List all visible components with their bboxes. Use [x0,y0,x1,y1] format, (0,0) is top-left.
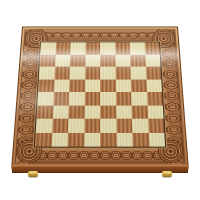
square-e8[interactable] [100,42,115,54]
square-g5[interactable] [131,79,147,92]
square-a3[interactable] [36,105,52,118]
square-f3[interactable] [116,105,132,118]
square-b1[interactable] [51,132,68,146]
square-a2[interactable] [36,119,53,133]
square-h4[interactable] [147,92,163,105]
square-c3[interactable] [68,105,84,118]
square-g2[interactable] [132,119,148,133]
square-f2[interactable] [116,119,132,133]
square-e5[interactable] [100,79,116,92]
square-d1[interactable] [84,132,100,146]
brass-hinge-right [162,171,172,177]
square-d5[interactable] [85,79,101,92]
square-h1[interactable] [148,132,165,146]
square-a4[interactable] [37,92,53,105]
square-h6[interactable] [145,67,161,80]
playing-area-frame [34,42,166,148]
board-grid [35,42,165,146]
square-b5[interactable] [54,79,70,92]
square-g8[interactable] [130,42,145,54]
square-a7[interactable] [39,54,55,66]
square-f7[interactable] [115,54,130,66]
square-d7[interactable] [85,54,100,66]
square-e6[interactable] [100,67,115,80]
square-c4[interactable] [69,92,85,105]
square-b3[interactable] [52,105,68,118]
chess-board [11,27,188,167]
square-d3[interactable] [84,105,100,118]
square-g7[interactable] [130,54,145,66]
square-c8[interactable] [70,42,85,54]
square-c7[interactable] [70,54,85,66]
square-e3[interactable] [100,105,116,118]
square-c5[interactable] [69,79,85,92]
square-g1[interactable] [132,132,149,146]
square-c6[interactable] [69,67,84,80]
square-g6[interactable] [130,67,146,80]
square-a5[interactable] [38,79,54,92]
brass-hinge-left [28,171,38,177]
square-h8[interactable] [144,42,159,54]
square-h2[interactable] [148,119,165,133]
square-c1[interactable] [67,132,83,146]
square-h5[interactable] [146,79,162,92]
square-d8[interactable] [85,42,100,54]
square-b4[interactable] [53,92,69,105]
square-e7[interactable] [100,54,115,66]
square-g4[interactable] [131,92,147,105]
square-f4[interactable] [116,92,132,105]
photo-background [0,0,200,200]
square-d4[interactable] [84,92,100,105]
square-e1[interactable] [100,132,116,146]
square-c2[interactable] [68,119,84,133]
square-f1[interactable] [116,132,132,146]
square-d2[interactable] [84,119,100,133]
square-b6[interactable] [54,67,70,80]
square-f8[interactable] [115,42,130,54]
square-b7[interactable] [55,54,70,66]
square-h7[interactable] [145,54,161,66]
square-e4[interactable] [100,92,116,105]
square-f6[interactable] [115,67,130,80]
square-e2[interactable] [100,119,116,133]
square-a6[interactable] [39,67,55,80]
square-b2[interactable] [52,119,68,133]
square-a8[interactable] [40,42,55,54]
square-h3[interactable] [147,105,163,118]
square-a1[interactable] [35,132,52,146]
square-f5[interactable] [115,79,131,92]
square-g3[interactable] [131,105,147,118]
square-d6[interactable] [85,67,100,80]
square-b8[interactable] [55,42,70,54]
